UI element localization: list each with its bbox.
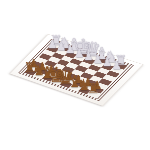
chess-piece-brown-rook[interactable]: ♜	[87, 82, 99, 96]
chess-piece-white-pawn[interactable]: ♟	[111, 60, 121, 71]
product-photo-stage: ♜♞♟♝♟♚♟♛♟♝♟♞♟♜♟♟♟♟♜♟♞♟♝♟♚♟♛♟♝♟♞♜	[0, 0, 150, 150]
